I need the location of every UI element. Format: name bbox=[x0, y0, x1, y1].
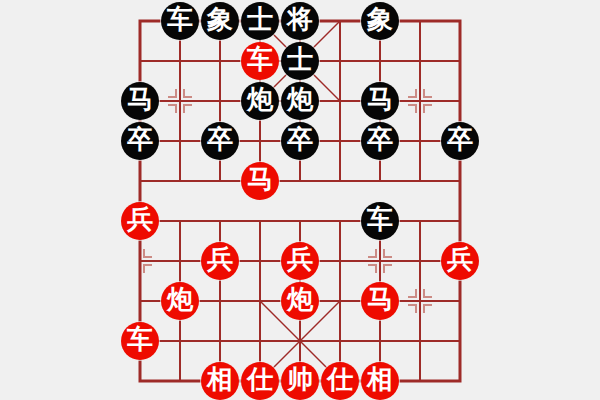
piece-red-elephant[interactable]: 相 bbox=[201, 362, 239, 400]
piece-red-horse[interactable]: 马 bbox=[241, 162, 279, 200]
piece-black-horse[interactable]: 马 bbox=[361, 82, 399, 120]
piece-black-soldier[interactable]: 卒 bbox=[281, 122, 319, 160]
xiangqi-board: 车象士将象车士马炮炮马卒卒卒卒卒马兵车兵兵兵炮炮马车相仕帅仕相 bbox=[120, 1, 480, 400]
piece-black-elephant[interactable]: 象 bbox=[361, 2, 399, 40]
piece-red-horse[interactable]: 马 bbox=[361, 282, 399, 320]
piece-black-chariot[interactable]: 车 bbox=[361, 202, 399, 240]
piece-red-chariot[interactable]: 车 bbox=[241, 42, 279, 80]
piece-black-horse[interactable]: 马 bbox=[121, 82, 159, 120]
piece-black-advisor[interactable]: 士 bbox=[281, 42, 319, 80]
piece-red-soldier[interactable]: 兵 bbox=[121, 202, 159, 240]
piece-red-elephant[interactable]: 相 bbox=[361, 362, 399, 400]
piece-black-general[interactable]: 将 bbox=[281, 2, 319, 40]
piece-red-cannon[interactable]: 炮 bbox=[281, 282, 319, 320]
piece-black-cannon[interactable]: 炮 bbox=[241, 82, 279, 120]
piece-red-advisor[interactable]: 仕 bbox=[241, 362, 279, 400]
piece-black-soldier[interactable]: 卒 bbox=[361, 122, 399, 160]
piece-red-cannon[interactable]: 炮 bbox=[161, 282, 199, 320]
piece-red-soldier[interactable]: 兵 bbox=[201, 242, 239, 280]
piece-red-advisor[interactable]: 仕 bbox=[321, 362, 359, 400]
piece-black-elephant[interactable]: 象 bbox=[201, 2, 239, 40]
piece-red-soldier[interactable]: 兵 bbox=[441, 242, 479, 280]
xiangqi-app: 车象士将象车士马炮炮马卒卒卒卒卒马兵车兵兵兵炮炮马车相仕帅仕相 bbox=[0, 0, 600, 400]
piece-red-soldier[interactable]: 兵 bbox=[281, 242, 319, 280]
piece-black-soldier[interactable]: 卒 bbox=[121, 122, 159, 160]
piece-black-soldier[interactable]: 卒 bbox=[441, 122, 479, 160]
piece-black-advisor[interactable]: 士 bbox=[241, 2, 279, 40]
piece-black-chariot[interactable]: 车 bbox=[161, 2, 199, 40]
piece-black-cannon[interactable]: 炮 bbox=[281, 82, 319, 120]
piece-red-chariot[interactable]: 车 bbox=[121, 322, 159, 360]
piece-red-general[interactable]: 帅 bbox=[281, 362, 319, 400]
piece-black-soldier[interactable]: 卒 bbox=[201, 122, 239, 160]
